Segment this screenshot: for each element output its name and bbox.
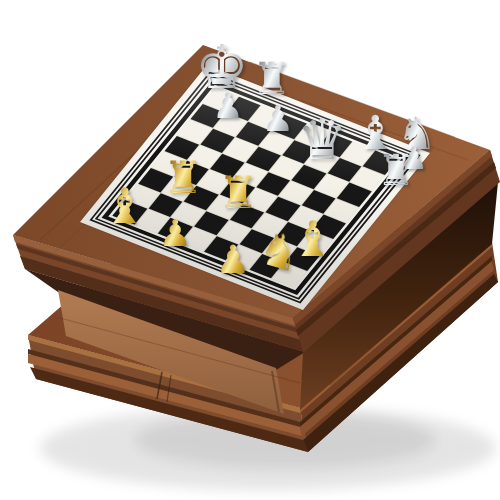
product-photo: ♚♜♟♟♝♞♛♟♜♜♜♝♟♝♞♟ — [0, 0, 500, 500]
